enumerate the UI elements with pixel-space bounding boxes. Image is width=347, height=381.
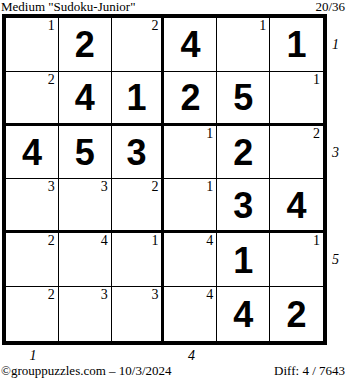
- corner-mark: 1: [313, 72, 320, 87]
- cell-r3c3: 3: [112, 126, 165, 180]
- corner-mark: 3: [151, 287, 158, 302]
- cell-r2c5: 5: [217, 72, 270, 126]
- given-digit: 2: [75, 25, 95, 63]
- cell-r3c2: 5: [59, 126, 112, 180]
- cell-r6c4[interactable]: 4: [164, 287, 217, 341]
- given-digit: 2: [287, 295, 307, 333]
- row-label-3: 3: [332, 145, 339, 161]
- corner-mark: 3: [101, 287, 108, 302]
- row-label-1: 1: [332, 37, 339, 53]
- cell-r3c5: 2: [217, 126, 270, 180]
- cell-r4c3[interactable]: 2: [112, 179, 165, 233]
- cell-r5c3[interactable]: 1: [112, 233, 165, 287]
- col-label-4: 4: [188, 348, 195, 364]
- cell-r1c1[interactable]: 1: [6, 18, 59, 72]
- given-digit: 4: [287, 186, 307, 224]
- cell-r3c1: 4: [6, 126, 59, 180]
- board: 122411241251453122332134241411233442: [2, 14, 327, 345]
- corner-mark: 1: [259, 18, 266, 33]
- cell-r5c1[interactable]: 2: [6, 233, 59, 287]
- corner-mark: 3: [101, 179, 108, 194]
- corner-mark: 1: [48, 18, 55, 33]
- corner-mark: 4: [206, 287, 213, 302]
- difficulty-text: Diff: 4 / 7643: [274, 363, 345, 378]
- cell-r6c2[interactable]: 3: [59, 287, 112, 341]
- given-digit: 1: [127, 78, 147, 116]
- cell-r2c2: 4: [59, 72, 112, 126]
- cell-r1c6: 1: [270, 18, 323, 72]
- cell-r4c4[interactable]: 1: [164, 179, 217, 233]
- given-digit: 5: [75, 133, 95, 171]
- cell-r5c2[interactable]: 4: [59, 233, 112, 287]
- cell-r5c4[interactable]: 4: [164, 233, 217, 287]
- corner-mark: 1: [313, 233, 320, 248]
- cell-r2c1[interactable]: 2: [6, 72, 59, 126]
- given-digit: 1: [287, 25, 307, 63]
- cell-r3c4[interactable]: 1: [164, 126, 217, 180]
- given-digit: 2: [180, 78, 200, 116]
- copyright-text: ©grouppuzzles.com – 10/3/2024: [1, 363, 172, 378]
- cell-r1c2: 2: [59, 18, 112, 72]
- cell-r1c5[interactable]: 1: [217, 18, 270, 72]
- corner-mark: 1: [206, 126, 213, 141]
- cell-r1c3[interactable]: 2: [112, 18, 165, 72]
- corner-mark: 2: [151, 179, 158, 194]
- corner-mark: 1: [151, 233, 158, 248]
- corner-mark: 2: [48, 233, 55, 248]
- cell-r5c5: 1: [217, 233, 270, 287]
- cell-r4c1[interactable]: 3: [6, 179, 59, 233]
- given-digit: 4: [75, 78, 95, 116]
- cell-r4c2[interactable]: 3: [59, 179, 112, 233]
- corner-mark: 2: [313, 126, 320, 141]
- corner-mark: 4: [206, 233, 213, 248]
- given-digit: 4: [22, 133, 42, 171]
- progress-counter: 20/36: [315, 0, 345, 14]
- corner-mark: 2: [48, 287, 55, 302]
- corner-mark: 2: [151, 18, 158, 33]
- cell-r1c4: 4: [164, 18, 217, 72]
- corner-mark: 1: [206, 179, 213, 194]
- given-digit: 4: [180, 25, 200, 63]
- cell-r2c4: 2: [164, 72, 217, 126]
- puzzle-title: Medium "Sudoku-Junior": [1, 0, 135, 14]
- given-digit: 4: [233, 295, 253, 333]
- cell-r6c1[interactable]: 2: [6, 287, 59, 341]
- cell-r4c5: 3: [217, 179, 270, 233]
- puzzle-page: Medium "Sudoku-Junior" 20/36 12241124125…: [0, 0, 347, 381]
- given-digit: 1: [233, 241, 253, 279]
- cell-r6c5: 4: [217, 287, 270, 341]
- cell-r6c6: 2: [270, 287, 323, 341]
- cell-r6c3[interactable]: 3: [112, 287, 165, 341]
- given-digit: 2: [233, 133, 253, 171]
- corner-mark: 4: [101, 233, 108, 248]
- row-label-5: 5: [332, 252, 339, 268]
- cell-r2c6[interactable]: 1: [270, 72, 323, 126]
- cell-r3c6[interactable]: 2: [270, 126, 323, 180]
- cell-r5c6[interactable]: 1: [270, 233, 323, 287]
- given-digit: 3: [233, 186, 253, 224]
- cell-r2c3: 1: [112, 72, 165, 126]
- corner-mark: 2: [48, 72, 55, 87]
- given-digit: 5: [233, 78, 253, 116]
- given-digit: 3: [127, 133, 147, 171]
- cell-r4c6: 4: [270, 179, 323, 233]
- col-label-1: 1: [29, 348, 36, 364]
- corner-mark: 3: [48, 179, 55, 194]
